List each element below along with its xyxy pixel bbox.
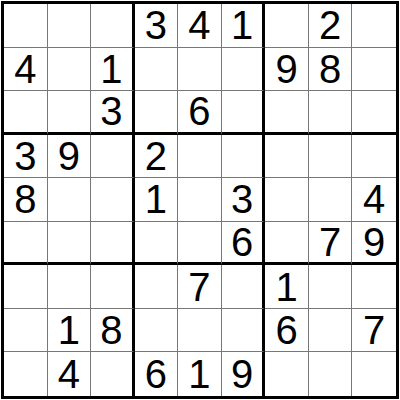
cell-r9c8[interactable]: [309, 352, 353, 396]
cell-r6c1[interactable]: [4, 222, 48, 266]
given-digit: 4: [188, 5, 210, 45]
cell-r3c8[interactable]: [309, 91, 353, 135]
cell-r9c4[interactable]: 6: [135, 352, 179, 396]
cell-r2c4[interactable]: [135, 48, 179, 92]
cell-r8c9[interactable]: 7: [352, 309, 396, 353]
cell-r3c6[interactable]: [222, 91, 266, 135]
cell-r1c8[interactable]: 2: [309, 4, 353, 48]
cell-r5c6[interactable]: 3: [222, 178, 266, 222]
cell-r7c6[interactable]: [222, 265, 266, 309]
given-digit: 6: [145, 354, 167, 394]
cell-r1c1[interactable]: [4, 4, 48, 48]
cell-r6c9[interactable]: 9: [352, 222, 396, 266]
cell-r9c5[interactable]: 1: [178, 352, 222, 396]
cell-r5c8[interactable]: [309, 178, 353, 222]
cell-r4c9[interactable]: [352, 135, 396, 179]
cell-r6c7[interactable]: [265, 222, 309, 266]
cell-r1c5[interactable]: 4: [178, 4, 222, 48]
given-digit: 2: [319, 5, 341, 45]
cell-r9c3[interactable]: [91, 352, 135, 396]
cell-r6c8[interactable]: 7: [309, 222, 353, 266]
cell-r6c3[interactable]: [91, 222, 135, 266]
cell-r4c2[interactable]: 9: [48, 135, 92, 179]
cell-r4c1[interactable]: 3: [4, 135, 48, 179]
cell-r4c4[interactable]: 2: [135, 135, 179, 179]
cell-r8c8[interactable]: [309, 309, 353, 353]
cell-r7c4[interactable]: [135, 265, 179, 309]
cell-r8c7[interactable]: 6: [265, 309, 309, 353]
cell-r9c7[interactable]: [265, 352, 309, 396]
cell-r5c2[interactable]: [48, 178, 92, 222]
cell-r4c7[interactable]: [265, 135, 309, 179]
cell-r7c7[interactable]: 1: [265, 265, 309, 309]
given-digit: 8: [14, 179, 36, 219]
cell-r8c5[interactable]: [178, 309, 222, 353]
given-digit: 9: [275, 49, 297, 89]
given-digit: 3: [145, 5, 167, 45]
cell-r4c5[interactable]: [178, 135, 222, 179]
cell-r3c9[interactable]: [352, 91, 396, 135]
cell-r3c3[interactable]: 3: [91, 91, 135, 135]
given-digit: 7: [363, 310, 385, 350]
cell-r2c9[interactable]: [352, 48, 396, 92]
cell-r1c9[interactable]: [352, 4, 396, 48]
cell-r5c3[interactable]: [91, 178, 135, 222]
cell-r2c6[interactable]: [222, 48, 266, 92]
cell-r6c4[interactable]: [135, 222, 179, 266]
given-digit: 2: [145, 136, 167, 176]
given-digit: 3: [231, 179, 253, 219]
given-digit: 1: [231, 5, 253, 45]
cell-r9c9[interactable]: [352, 352, 396, 396]
cell-r1c7[interactable]: [265, 4, 309, 48]
given-digit: 4: [58, 354, 80, 394]
cell-r9c2[interactable]: 4: [48, 352, 92, 396]
cell-r3c7[interactable]: [265, 91, 309, 135]
cell-r5c1[interactable]: 8: [4, 178, 48, 222]
cell-r3c4[interactable]: [135, 91, 179, 135]
cell-r1c6[interactable]: 1: [222, 4, 266, 48]
given-digit: 3: [14, 136, 36, 176]
given-digit: 6: [188, 91, 210, 131]
cell-r1c2[interactable]: [48, 4, 92, 48]
cell-r6c2[interactable]: [48, 222, 92, 266]
cell-r6c6[interactable]: 6: [222, 222, 266, 266]
cell-r3c2[interactable]: [48, 91, 92, 135]
cell-r2c3[interactable]: 1: [91, 48, 135, 92]
given-digit: 1: [58, 310, 80, 350]
cell-r8c1[interactable]: [4, 309, 48, 353]
cell-r8c2[interactable]: 1: [48, 309, 92, 353]
cell-r7c2[interactable]: [48, 265, 92, 309]
cell-r2c1[interactable]: 4: [4, 48, 48, 92]
sudoku-page: 341241983639281346797118674619: [0, 0, 400, 400]
cell-r6c5[interactable]: [178, 222, 222, 266]
cell-r4c6[interactable]: [222, 135, 266, 179]
cell-r7c5[interactable]: 7: [178, 265, 222, 309]
given-digit: 9: [58, 136, 80, 176]
cell-r3c1[interactable]: [4, 91, 48, 135]
cell-r9c6[interactable]: 9: [222, 352, 266, 396]
given-digit: 9: [231, 354, 253, 394]
given-digit: 4: [363, 179, 385, 219]
given-digit: 4: [14, 49, 36, 89]
cell-r5c5[interactable]: [178, 178, 222, 222]
cell-r5c9[interactable]: 4: [352, 178, 396, 222]
cell-r8c4[interactable]: [135, 309, 179, 353]
given-digit: 1: [275, 267, 297, 307]
cell-r4c8[interactable]: [309, 135, 353, 179]
cell-r2c5[interactable]: [178, 48, 222, 92]
given-digit: 7: [188, 267, 210, 307]
given-digit: 1: [145, 179, 167, 219]
cell-r1c3[interactable]: [91, 4, 135, 48]
given-digit: 8: [100, 310, 122, 350]
given-digit: 6: [275, 310, 297, 350]
cell-r5c7[interactable]: [265, 178, 309, 222]
cell-r8c3[interactable]: 8: [91, 309, 135, 353]
given-digit: 6: [231, 222, 253, 262]
cell-r8c6[interactable]: [222, 309, 266, 353]
cell-r2c8[interactable]: 8: [309, 48, 353, 92]
cell-r7c8[interactable]: [309, 265, 353, 309]
cell-r2c2[interactable]: [48, 48, 92, 92]
given-digit: 3: [100, 91, 122, 131]
cell-r5c4[interactable]: 1: [135, 178, 179, 222]
cell-r7c1[interactable]: [4, 265, 48, 309]
cell-r4c3[interactable]: [91, 135, 135, 179]
cell-r9c1[interactable]: [4, 352, 48, 396]
cell-r2c7[interactable]: 9: [265, 48, 309, 92]
given-digit: 1: [100, 49, 122, 89]
cell-r7c9[interactable]: [352, 265, 396, 309]
cell-r3c5[interactable]: 6: [178, 91, 222, 135]
cell-r7c3[interactable]: [91, 265, 135, 309]
cell-r1c4[interactable]: 3: [135, 4, 179, 48]
given-digit: 9: [363, 222, 385, 262]
sudoku-board: 341241983639281346797118674619: [1, 1, 399, 399]
given-digit: 1: [188, 354, 210, 394]
given-digit: 8: [319, 49, 341, 89]
given-digit: 7: [319, 222, 341, 262]
